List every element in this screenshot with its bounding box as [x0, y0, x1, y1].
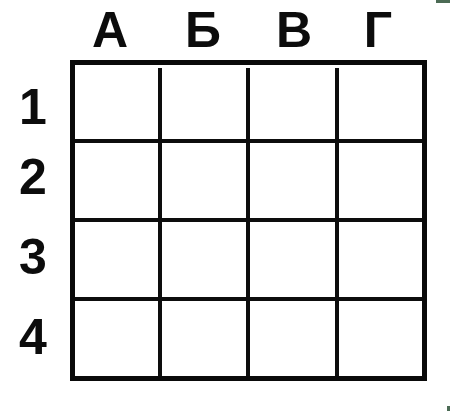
grid-cell[interactable] — [335, 221, 422, 299]
column-header-g: Г — [338, 4, 418, 56]
grid-board — [70, 60, 427, 381]
row-header-3: 3 — [11, 231, 55, 283]
row-header-2: 2 — [11, 151, 55, 203]
screen-edge-artifact-top — [436, 0, 450, 3]
row-header-1: 1 — [11, 81, 55, 133]
grid-cell[interactable] — [335, 298, 422, 376]
grid-cell[interactable] — [249, 298, 336, 376]
row-header-4: 4 — [11, 311, 55, 363]
grid-cell[interactable] — [75, 143, 162, 221]
grid-cell[interactable] — [75, 298, 162, 376]
grid-cell[interactable] — [249, 221, 336, 299]
column-header-v: В — [254, 4, 334, 56]
grid-cell[interactable] — [162, 298, 249, 376]
grid-cell[interactable] — [75, 65, 162, 143]
grid-cell[interactable] — [249, 143, 336, 221]
coordinate-grid-diagram: А Б В Г 1 2 3 4 — [0, 0, 450, 411]
grid-cell[interactable] — [249, 65, 336, 143]
column-header-a: А — [70, 4, 150, 56]
grid-cell[interactable] — [162, 221, 249, 299]
grid-cell[interactable] — [335, 143, 422, 221]
column-header-b: Б — [163, 4, 243, 56]
grid-cell[interactable] — [75, 221, 162, 299]
grid-cells — [75, 65, 422, 376]
grid-cell[interactable] — [335, 65, 422, 143]
grid-cell[interactable] — [162, 65, 249, 143]
grid-cell[interactable] — [162, 143, 249, 221]
